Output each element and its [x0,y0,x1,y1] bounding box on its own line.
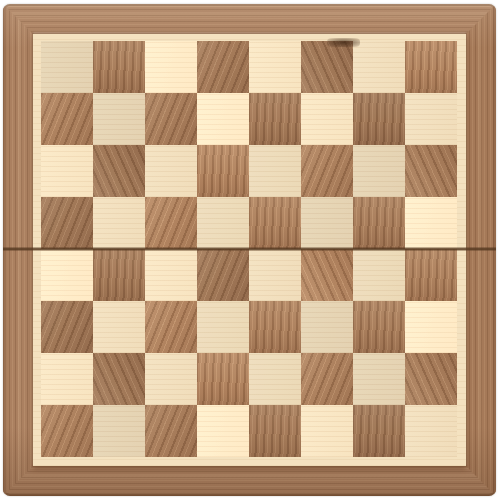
square-d1[interactable] [197,405,249,457]
square-b6[interactable] [93,145,145,197]
square-f2[interactable] [301,353,353,405]
square-c5[interactable] [145,197,197,249]
chess-board [3,4,496,496]
board-grid [41,41,457,457]
square-a8[interactable] [41,41,93,93]
square-c3[interactable] [145,301,197,353]
square-c2[interactable] [145,353,197,405]
square-g6[interactable] [353,145,405,197]
square-d2[interactable] [197,353,249,405]
square-c7[interactable] [145,93,197,145]
square-e7[interactable] [249,93,301,145]
square-h6[interactable] [405,145,457,197]
photo-canvas [0,0,499,500]
square-f1[interactable] [301,405,353,457]
square-b7[interactable] [93,93,145,145]
square-g7[interactable] [353,93,405,145]
square-a4[interactable] [41,249,93,301]
square-e4[interactable] [249,249,301,301]
square-e1[interactable] [249,405,301,457]
square-d6[interactable] [197,145,249,197]
square-h3[interactable] [405,301,457,353]
square-d8[interactable] [197,41,249,93]
square-h7[interactable] [405,93,457,145]
square-g8[interactable] [353,41,405,93]
square-e8[interactable] [249,41,301,93]
square-h4[interactable] [405,249,457,301]
square-b3[interactable] [93,301,145,353]
square-a2[interactable] [41,353,93,405]
square-g5[interactable] [353,197,405,249]
square-f8[interactable] [301,41,353,93]
square-d7[interactable] [197,93,249,145]
square-g2[interactable] [353,353,405,405]
square-a7[interactable] [41,93,93,145]
square-g3[interactable] [353,301,405,353]
square-f6[interactable] [301,145,353,197]
square-f3[interactable] [301,301,353,353]
board-frame-right [463,4,496,496]
square-c4[interactable] [145,249,197,301]
square-a5[interactable] [41,197,93,249]
square-a1[interactable] [41,405,93,457]
square-e3[interactable] [249,301,301,353]
square-b5[interactable] [93,197,145,249]
square-e2[interactable] [249,353,301,405]
square-c8[interactable] [145,41,197,93]
square-c1[interactable] [145,405,197,457]
square-f5[interactable] [301,197,353,249]
square-a3[interactable] [41,301,93,353]
board-frame-left [3,4,36,496]
square-a6[interactable] [41,145,93,197]
square-b1[interactable] [93,405,145,457]
square-b4[interactable] [93,249,145,301]
square-h5[interactable] [405,197,457,249]
square-g1[interactable] [353,405,405,457]
square-e5[interactable] [249,197,301,249]
square-f4[interactable] [301,249,353,301]
square-b2[interactable] [93,353,145,405]
square-d5[interactable] [197,197,249,249]
square-f7[interactable] [301,93,353,145]
square-h8[interactable] [405,41,457,93]
square-d3[interactable] [197,301,249,353]
square-g4[interactable] [353,249,405,301]
square-c6[interactable] [145,145,197,197]
square-b8[interactable] [93,41,145,93]
square-d4[interactable] [197,249,249,301]
square-h1[interactable] [405,405,457,457]
square-h2[interactable] [405,353,457,405]
square-e6[interactable] [249,145,301,197]
